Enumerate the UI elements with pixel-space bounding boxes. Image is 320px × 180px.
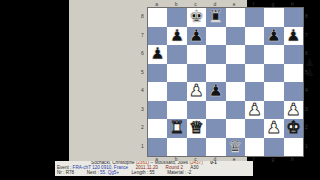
- file-label-d: d: [205, 1, 224, 7]
- square-d5[interactable]: [206, 64, 225, 83]
- square-e4[interactable]: [226, 82, 245, 101]
- square-a1[interactable]: [148, 138, 167, 157]
- next-label: Next :: [87, 170, 99, 175]
- square-g7[interactable]: ♟: [264, 27, 283, 46]
- rank-label-8: 8: [303, 7, 310, 26]
- square-b8[interactable]: [167, 8, 186, 27]
- rank-labels-right: 87654321: [303, 7, 310, 155]
- length-label: Length :: [132, 170, 149, 175]
- square-h6[interactable]: [284, 45, 303, 64]
- square-f6[interactable]: [245, 45, 264, 64]
- square-e1[interactable]: ♛: [226, 138, 245, 157]
- square-c7[interactable]: ♟: [187, 27, 206, 46]
- square-d1[interactable]: [206, 138, 225, 157]
- square-g1[interactable]: [264, 138, 283, 157]
- square-f1[interactable]: [245, 138, 264, 157]
- file-label-h: h: [283, 1, 302, 7]
- square-b2[interactable]: ♜: [167, 119, 186, 138]
- square-c2[interactable]: ♛: [187, 119, 206, 138]
- file-label-c: c: [186, 1, 205, 7]
- square-h1[interactable]: [284, 138, 303, 157]
- square-b6[interactable]: [167, 45, 186, 64]
- square-d2[interactable]: [206, 119, 225, 138]
- white-pawn[interactable]: ♟: [267, 119, 282, 137]
- square-d6[interactable]: [206, 45, 225, 64]
- square-f5[interactable]: [245, 64, 264, 83]
- board-canvas: abcdefgh abcdefgh 87654321 87654321 ♚♜♟♟…: [69, 0, 247, 161]
- square-f2[interactable]: [245, 119, 264, 138]
- white-pawn[interactable]: ♟: [286, 100, 301, 118]
- rank-label-2: 2: [139, 118, 146, 137]
- white-rook[interactable]: ♜: [170, 119, 185, 137]
- square-b1[interactable]: [167, 138, 186, 157]
- white-king[interactable]: ♚: [286, 119, 301, 137]
- rank-label-7: 7: [139, 26, 146, 45]
- square-c1[interactable]: [187, 138, 206, 157]
- square-h8[interactable]: [284, 8, 303, 27]
- square-d3[interactable]: [206, 101, 225, 120]
- id-label: Nr :: [57, 170, 64, 175]
- square-g3[interactable]: [264, 101, 283, 120]
- black-pawn[interactable]: ♟: [170, 26, 185, 44]
- square-a8[interactable]: [148, 8, 167, 27]
- square-c3[interactable]: [187, 101, 206, 120]
- file-label-f: f: [244, 1, 263, 7]
- black-king[interactable]: ♚: [189, 8, 204, 26]
- captured-pawn-icon: ♟: [305, 68, 316, 78]
- square-f3[interactable]: ♟: [245, 101, 264, 120]
- chess-board: ♚♜♟♟♟♟♟♟♟♟♟♜♛♟♚♛: [147, 7, 304, 157]
- square-h4[interactable]: [284, 82, 303, 101]
- rank-label-6: 6: [139, 44, 146, 63]
- rank-label-4: 4: [139, 81, 146, 100]
- game-info-caption: Sochacki, Christophe (2361) -- Moussard,…: [55, 161, 253, 176]
- square-b7[interactable]: ♟: [167, 27, 186, 46]
- square-b4[interactable]: [167, 82, 186, 101]
- square-b5[interactable]: [167, 64, 186, 83]
- square-e6[interactable]: [226, 45, 245, 64]
- square-a4[interactable]: [148, 82, 167, 101]
- file-label-g: g: [263, 1, 282, 7]
- next-move: 55. Qg5+: [100, 170, 119, 175]
- square-e8[interactable]: [226, 8, 245, 27]
- square-d7[interactable]: [206, 27, 225, 46]
- square-e3[interactable]: [226, 101, 245, 120]
- square-e7[interactable]: [226, 27, 245, 46]
- square-d4[interactable]: ♟: [206, 82, 225, 101]
- white-pawn[interactable]: ♟: [247, 100, 262, 118]
- square-c6[interactable]: [187, 45, 206, 64]
- square-f8[interactable]: [245, 8, 264, 27]
- rank-label-1: 1: [303, 137, 310, 156]
- square-a3[interactable]: [148, 101, 167, 120]
- square-g2[interactable]: ♟: [264, 119, 283, 138]
- id-value: R78: [66, 170, 74, 175]
- square-f4[interactable]: [245, 82, 264, 101]
- captured-material-tray: ♟♟: [305, 58, 316, 77]
- square-h3[interactable]: ♟: [284, 101, 303, 120]
- square-c8[interactable]: ♚: [187, 8, 206, 27]
- rank-label-4: 4: [303, 81, 310, 100]
- rank-label-8: 8: [139, 7, 146, 26]
- black-pawn[interactable]: ♟: [189, 26, 204, 44]
- square-g5[interactable]: [264, 64, 283, 83]
- black-pawn[interactable]: ♟: [150, 45, 165, 63]
- square-g4[interactable]: [264, 82, 283, 101]
- square-b3[interactable]: [167, 101, 186, 120]
- square-c5[interactable]: [187, 64, 206, 83]
- rank-label-3: 3: [139, 100, 146, 119]
- square-g6[interactable]: [264, 45, 283, 64]
- square-a7[interactable]: [148, 27, 167, 46]
- square-h5[interactable]: [284, 64, 303, 83]
- square-e2[interactable]: [226, 119, 245, 138]
- rank-label-1: 1: [139, 137, 146, 156]
- game-result: 0-1: [210, 161, 217, 165]
- rank-labels-left: 87654321: [139, 7, 146, 155]
- black-rook[interactable]: ♜: [208, 8, 223, 26]
- material-label: Material :: [167, 170, 186, 175]
- rank-label-5: 5: [139, 63, 146, 82]
- eco-code: A30: [190, 165, 198, 170]
- square-h2[interactable]: ♚: [284, 119, 303, 138]
- meta-line: Nr : R78 Next : 55. Qg5+ Length : 55 Mat…: [55, 171, 253, 176]
- square-c4[interactable]: ♟: [187, 82, 206, 101]
- file-labels-top: abcdefgh: [147, 1, 302, 7]
- length-value: 55: [149, 170, 154, 175]
- square-a2[interactable]: [148, 119, 167, 138]
- square-h7[interactable]: ♟: [284, 27, 303, 46]
- square-f7[interactable]: [245, 27, 264, 46]
- black-pawn[interactable]: ♟: [267, 26, 282, 44]
- white-queen[interactable]: ♛: [189, 119, 204, 137]
- file-label-e: e: [225, 1, 244, 7]
- rank-label-7: 7: [303, 26, 310, 45]
- square-a5[interactable]: [148, 64, 167, 83]
- square-d8[interactable]: ♜: [206, 8, 225, 27]
- rank-label-2: 2: [303, 118, 310, 137]
- square-g8[interactable]: [264, 8, 283, 27]
- black-pawn[interactable]: ♟: [208, 82, 223, 100]
- square-a6[interactable]: ♟: [148, 45, 167, 64]
- white-pawn[interactable]: ♟: [189, 82, 204, 100]
- material-value: -2: [187, 170, 191, 175]
- black-queen[interactable]: ♛: [228, 137, 243, 155]
- file-label-a: a: [147, 1, 166, 7]
- black-pawn[interactable]: ♟: [286, 26, 301, 44]
- rank-label-3: 3: [303, 100, 310, 119]
- file-label-b: b: [166, 1, 185, 7]
- square-e5[interactable]: [226, 64, 245, 83]
- video-frame: abcdefgh abcdefgh 87654321 87654321 ♚♜♟♟…: [0, 0, 320, 180]
